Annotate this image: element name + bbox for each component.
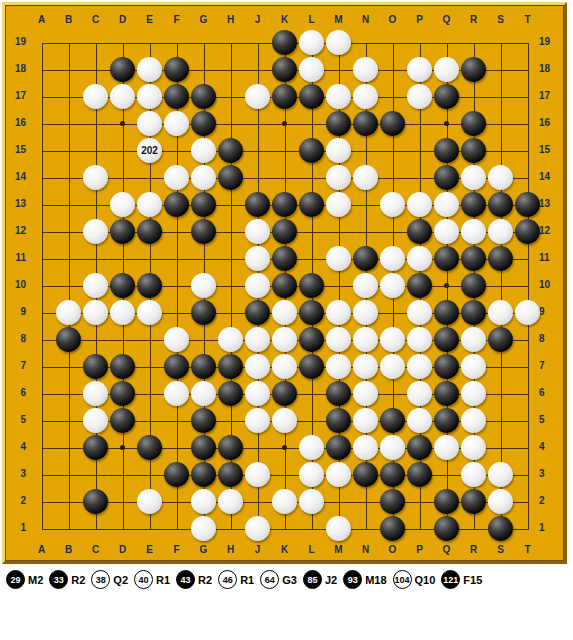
last-move-number: 202 (137, 138, 162, 163)
white-stone-P9[interactable] (407, 300, 432, 325)
black-stone-N3[interactable] (353, 462, 378, 487)
black-stone-Q17[interactable] (434, 84, 459, 109)
white-stone-L19[interactable] (299, 30, 324, 55)
black-stone-S11[interactable] (488, 246, 513, 271)
black-stone-N11[interactable] (353, 246, 378, 271)
coord-row-left-10: 10 (4, 278, 26, 292)
coord-col-bottom-R: R (460, 543, 487, 557)
black-stone-Q5[interactable] (434, 408, 459, 433)
black-stone-T12[interactable] (515, 219, 540, 244)
coord-row-left-1: 1 (4, 521, 26, 535)
black-stone-K19[interactable] (272, 30, 297, 55)
black-stone-O16[interactable] (380, 111, 405, 136)
coord-col-bottom-G: G (190, 543, 217, 557)
coord-col-top-K: K (271, 13, 298, 27)
white-stone-E16[interactable] (137, 111, 162, 136)
white-stone-N14[interactable] (353, 165, 378, 190)
move-annotation-33: 33R2 (49, 570, 85, 589)
white-stone-M19[interactable] (326, 30, 351, 55)
coord-row-right-16: 16 (539, 116, 561, 130)
white-stone-G15[interactable] (191, 138, 216, 163)
hoshi-K16 (282, 121, 287, 126)
white-stone-Q18[interactable] (434, 57, 459, 82)
white-stone-P6[interactable] (407, 381, 432, 406)
black-stone-M6[interactable] (326, 381, 351, 406)
hoshi-K4 (282, 445, 287, 450)
move-annotation-38: 38Q2 (91, 570, 128, 589)
white-stone-R3[interactable] (461, 462, 486, 487)
black-stone-D7[interactable] (110, 354, 135, 379)
coord-row-right-1: 1 (539, 521, 561, 535)
white-stone-E15[interactable]: 202 (137, 138, 162, 163)
coord-col-bottom-J: J (244, 543, 271, 557)
move-disc-white: 40 (134, 570, 153, 589)
move-disc-black: 33 (49, 570, 68, 589)
coord-row-left-7: 7 (4, 359, 26, 373)
white-stone-J3[interactable] (245, 462, 270, 487)
black-stone-P3[interactable] (407, 462, 432, 487)
move-annotation-121: 121F15 (441, 570, 482, 589)
white-stone-M17[interactable] (326, 84, 351, 109)
black-stone-R11[interactable] (461, 246, 486, 271)
coord-row-right-5: 5 (539, 413, 561, 427)
black-stone-G12[interactable] (191, 219, 216, 244)
white-stone-N17[interactable] (353, 84, 378, 109)
coord-row-right-12: 12 (539, 224, 561, 238)
white-stone-G1[interactable] (191, 516, 216, 541)
white-stone-J1[interactable] (245, 516, 270, 541)
black-stone-Q15[interactable] (434, 138, 459, 163)
black-stone-B8[interactable] (56, 327, 81, 352)
coord-col-top-G: G (190, 13, 217, 27)
white-stone-M1[interactable] (326, 516, 351, 541)
white-stone-P5[interactable] (407, 408, 432, 433)
black-stone-H14[interactable] (218, 165, 243, 190)
black-stone-C2[interactable] (83, 489, 108, 514)
coord-row-left-6: 6 (4, 386, 26, 400)
coord-col-top-P: P (406, 13, 433, 27)
white-stone-J5[interactable] (245, 408, 270, 433)
move-annotation-104: 104Q10 (393, 570, 436, 589)
black-stone-F17[interactable] (164, 84, 189, 109)
move-disc-white: 38 (91, 570, 110, 589)
move-point: M2 (28, 574, 43, 586)
black-stone-G3[interactable] (191, 462, 216, 487)
white-stone-S9[interactable] (488, 300, 513, 325)
white-stone-L2[interactable] (299, 489, 324, 514)
white-stone-N9[interactable] (353, 300, 378, 325)
white-stone-H2[interactable] (218, 489, 243, 514)
white-stone-N4[interactable] (353, 435, 378, 460)
white-stone-L4[interactable] (299, 435, 324, 460)
white-stone-C14[interactable] (83, 165, 108, 190)
white-stone-J8[interactable] (245, 327, 270, 352)
white-stone-O10[interactable] (380, 273, 405, 298)
black-stone-E4[interactable] (137, 435, 162, 460)
white-stone-M11[interactable] (326, 246, 351, 271)
black-stone-M4[interactable] (326, 435, 351, 460)
white-stone-J11[interactable] (245, 246, 270, 271)
white-stone-C5[interactable] (83, 408, 108, 433)
black-stone-L7[interactable] (299, 354, 324, 379)
white-stone-G2[interactable] (191, 489, 216, 514)
black-stone-L8[interactable] (299, 327, 324, 352)
black-stone-Q8[interactable] (434, 327, 459, 352)
white-stone-J6[interactable] (245, 381, 270, 406)
coord-row-right-17: 17 (539, 89, 561, 103)
move-point: J2 (325, 574, 337, 586)
black-stone-F7[interactable] (164, 354, 189, 379)
white-stone-P8[interactable] (407, 327, 432, 352)
move-disc-black: 121 (441, 570, 460, 589)
white-stone-R12[interactable] (461, 219, 486, 244)
coord-col-bottom-M: M (325, 543, 352, 557)
white-stone-R8[interactable] (461, 327, 486, 352)
coord-col-bottom-E: E (136, 543, 163, 557)
black-stone-G16[interactable] (191, 111, 216, 136)
black-stone-H15[interactable] (218, 138, 243, 163)
white-stone-N8[interactable] (353, 327, 378, 352)
black-stone-P10[interactable] (407, 273, 432, 298)
black-stone-L17[interactable] (299, 84, 324, 109)
white-stone-O8[interactable] (380, 327, 405, 352)
white-stone-R6[interactable] (461, 381, 486, 406)
black-stone-Q14[interactable] (434, 165, 459, 190)
move-point: F15 (463, 574, 482, 586)
coord-row-left-16: 16 (4, 116, 26, 130)
move-disc-black: 43 (176, 570, 195, 589)
coord-col-top-L: L (298, 13, 325, 27)
move-annotation-40: 40R1 (134, 570, 170, 589)
black-stone-M16[interactable] (326, 111, 351, 136)
move-point: R2 (71, 574, 85, 586)
white-stone-M8[interactable] (326, 327, 351, 352)
white-stone-K2[interactable] (272, 489, 297, 514)
coord-col-bottom-F: F (163, 543, 190, 557)
coord-col-bottom-L: L (298, 543, 325, 557)
coord-col-top-S: S (487, 13, 514, 27)
white-stone-M15[interactable] (326, 138, 351, 163)
coord-row-right-19: 19 (539, 35, 561, 49)
white-stone-S14[interactable] (488, 165, 513, 190)
coord-row-left-9: 9 (4, 305, 26, 319)
black-stone-S13[interactable] (488, 192, 513, 217)
white-stone-S3[interactable] (488, 462, 513, 487)
black-stone-F18[interactable] (164, 57, 189, 82)
move-disc-black: 93 (343, 570, 362, 589)
coord-row-right-18: 18 (539, 62, 561, 76)
white-stone-C17[interactable] (83, 84, 108, 109)
coord-row-left-13: 13 (4, 197, 26, 211)
white-stone-N6[interactable] (353, 381, 378, 406)
black-stone-D10[interactable] (110, 273, 135, 298)
white-stone-D9[interactable] (110, 300, 135, 325)
black-stone-G5[interactable] (191, 408, 216, 433)
coord-col-top-H: H (217, 13, 244, 27)
white-stone-D13[interactable] (110, 192, 135, 217)
white-stone-F6[interactable] (164, 381, 189, 406)
black-stone-Q7[interactable] (434, 354, 459, 379)
coord-row-left-19: 19 (4, 35, 26, 49)
black-stone-P12[interactable] (407, 219, 432, 244)
black-stone-R15[interactable] (461, 138, 486, 163)
white-stone-N18[interactable] (353, 57, 378, 82)
black-stone-L13[interactable] (299, 192, 324, 217)
coord-row-left-5: 5 (4, 413, 26, 427)
black-stone-S1[interactable] (488, 516, 513, 541)
white-stone-F14[interactable] (164, 165, 189, 190)
black-stone-G17[interactable] (191, 84, 216, 109)
black-stone-Q2[interactable] (434, 489, 459, 514)
white-stone-E9[interactable] (137, 300, 162, 325)
white-stone-P11[interactable] (407, 246, 432, 271)
black-stone-O1[interactable] (380, 516, 405, 541)
black-stone-E12[interactable] (137, 219, 162, 244)
move-annotation-85: 85J2 (303, 570, 337, 589)
move-disc-white: 64 (260, 570, 279, 589)
black-stone-K11[interactable] (272, 246, 297, 271)
black-stone-O5[interactable] (380, 408, 405, 433)
black-stone-R9[interactable] (461, 300, 486, 325)
coord-row-left-11: 11 (4, 251, 26, 265)
white-stone-L3[interactable] (299, 462, 324, 487)
coord-col-top-R: R (460, 13, 487, 27)
coord-row-right-8: 8 (539, 332, 561, 346)
black-stone-G7[interactable] (191, 354, 216, 379)
coord-row-right-15: 15 (539, 143, 561, 157)
white-stone-T9[interactable] (515, 300, 540, 325)
coord-row-right-3: 3 (539, 467, 561, 481)
black-stone-K17[interactable] (272, 84, 297, 109)
move-annotation-64: 64G3 (260, 570, 297, 589)
black-stone-R18[interactable] (461, 57, 486, 82)
white-stone-O13[interactable] (380, 192, 405, 217)
coord-col-top-O: O (379, 13, 406, 27)
coord-col-bottom-S: S (487, 543, 514, 557)
move-point: R2 (198, 574, 212, 586)
white-stone-R5[interactable] (461, 408, 486, 433)
white-stone-M9[interactable] (326, 300, 351, 325)
black-stone-R16[interactable] (461, 111, 486, 136)
black-stone-S8[interactable] (488, 327, 513, 352)
coord-col-bottom-H: H (217, 543, 244, 557)
coord-row-right-7: 7 (539, 359, 561, 373)
move-disc-black: 85 (303, 570, 322, 589)
black-stone-K13[interactable] (272, 192, 297, 217)
black-stone-D18[interactable] (110, 57, 135, 82)
hoshi-Q10 (444, 283, 449, 288)
white-stone-Q13[interactable] (434, 192, 459, 217)
coord-col-bottom-O: O (379, 543, 406, 557)
black-stone-R10[interactable] (461, 273, 486, 298)
move-point: M18 (365, 574, 386, 586)
white-stone-R14[interactable] (461, 165, 486, 190)
move-point: Q2 (113, 574, 128, 586)
black-stone-R2[interactable] (461, 489, 486, 514)
coord-row-left-8: 8 (4, 332, 26, 346)
white-stone-J12[interactable] (245, 219, 270, 244)
white-stone-K5[interactable] (272, 408, 297, 433)
black-stone-K6[interactable] (272, 381, 297, 406)
black-stone-K18[interactable] (272, 57, 297, 82)
black-stone-M5[interactable] (326, 408, 351, 433)
white-stone-D17[interactable] (110, 84, 135, 109)
black-stone-D6[interactable] (110, 381, 135, 406)
black-stone-H4[interactable] (218, 435, 243, 460)
black-stone-D5[interactable] (110, 408, 135, 433)
move-disc-white: 104 (393, 570, 412, 589)
white-stone-O7[interactable] (380, 354, 405, 379)
white-stone-C10[interactable] (83, 273, 108, 298)
white-stone-O11[interactable] (380, 246, 405, 271)
white-stone-E17[interactable] (137, 84, 162, 109)
white-stone-F8[interactable] (164, 327, 189, 352)
coord-row-right-9: 9 (539, 305, 561, 319)
black-stone-L10[interactable] (299, 273, 324, 298)
black-stone-O2[interactable] (380, 489, 405, 514)
white-stone-M13[interactable] (326, 192, 351, 217)
white-stone-G6[interactable] (191, 381, 216, 406)
white-stone-G14[interactable] (191, 165, 216, 190)
white-stone-P13[interactable] (407, 192, 432, 217)
move-annotation-46: 46R1 (218, 570, 254, 589)
move-disc-black: 29 (6, 570, 25, 589)
white-stone-K9[interactable] (272, 300, 297, 325)
coord-row-left-12: 12 (4, 224, 26, 238)
white-stone-R4[interactable] (461, 435, 486, 460)
black-stone-G4[interactable] (191, 435, 216, 460)
coord-row-right-11: 11 (539, 251, 561, 265)
black-stone-Q1[interactable] (434, 516, 459, 541)
black-stone-J13[interactable] (245, 192, 270, 217)
black-stone-L9[interactable] (299, 300, 324, 325)
white-stone-M14[interactable] (326, 165, 351, 190)
coord-col-top-E: E (136, 13, 163, 27)
white-stone-L18[interactable] (299, 57, 324, 82)
black-stone-C7[interactable] (83, 354, 108, 379)
black-stone-Q11[interactable] (434, 246, 459, 271)
coord-col-bottom-P: P (406, 543, 433, 557)
hoshi-Q16 (444, 121, 449, 126)
white-stone-M7[interactable] (326, 354, 351, 379)
black-stone-K12[interactable] (272, 219, 297, 244)
coord-row-left-17: 17 (4, 89, 26, 103)
coord-row-right-10: 10 (539, 278, 561, 292)
white-stone-E18[interactable] (137, 57, 162, 82)
white-stone-R7[interactable] (461, 354, 486, 379)
white-stone-O4[interactable] (380, 435, 405, 460)
coord-col-bottom-T: T (514, 543, 541, 557)
white-stone-F16[interactable] (164, 111, 189, 136)
white-stone-N10[interactable] (353, 273, 378, 298)
white-stone-P7[interactable] (407, 354, 432, 379)
move-annotation-29: 29M2 (6, 570, 43, 589)
white-stone-G10[interactable] (191, 273, 216, 298)
black-stone-H6[interactable] (218, 381, 243, 406)
go-game-viewer: AABBCCDDEEFFGGHHJJKKLLMMNNOOPPQQRRSSTT19… (0, 0, 573, 640)
black-stone-G9[interactable] (191, 300, 216, 325)
black-stone-N16[interactable] (353, 111, 378, 136)
black-stone-H7[interactable] (218, 354, 243, 379)
white-stone-H8[interactable] (218, 327, 243, 352)
white-stone-N7[interactable] (353, 354, 378, 379)
white-stone-P18[interactable] (407, 57, 432, 82)
move-annotation-93: 93M18 (343, 570, 386, 589)
coord-col-top-M: M (325, 13, 352, 27)
white-stone-P17[interactable] (407, 84, 432, 109)
coord-row-right-6: 6 (539, 386, 561, 400)
black-stone-C4[interactable] (83, 435, 108, 460)
coord-col-top-F: F (163, 13, 190, 27)
coord-row-right-13: 13 (539, 197, 561, 211)
move-point: R1 (156, 574, 170, 586)
go-board: AABBCCDDEEFFGGHHJJKKLLMMNNOOPPQQRRSSTT19… (2, 2, 567, 564)
coord-col-top-B: B (55, 13, 82, 27)
white-stone-E2[interactable] (137, 489, 162, 514)
coord-col-bottom-N: N (352, 543, 379, 557)
coord-col-bottom-C: C (82, 543, 109, 557)
white-stone-Q4[interactable] (434, 435, 459, 460)
white-stone-Q12[interactable] (434, 219, 459, 244)
black-stone-E10[interactable] (137, 273, 162, 298)
black-stone-F13[interactable] (164, 192, 189, 217)
move-point: G3 (282, 574, 297, 586)
white-stone-M3[interactable] (326, 462, 351, 487)
black-stone-P4[interactable] (407, 435, 432, 460)
white-stone-S2[interactable] (488, 489, 513, 514)
black-stone-F3[interactable] (164, 462, 189, 487)
white-stone-K8[interactable] (272, 327, 297, 352)
move-annotation-43: 43R2 (176, 570, 212, 589)
black-stone-G13[interactable] (191, 192, 216, 217)
black-stone-O3[interactable] (380, 462, 405, 487)
move-point: Q10 (415, 574, 436, 586)
coord-row-left-4: 4 (4, 440, 26, 454)
white-stone-C12[interactable] (83, 219, 108, 244)
coord-col-bottom-Q: Q (433, 543, 460, 557)
black-stone-Q6[interactable] (434, 381, 459, 406)
black-stone-K10[interactable] (272, 273, 297, 298)
white-stone-B9[interactable] (56, 300, 81, 325)
black-stone-T13[interactable] (515, 192, 540, 217)
coord-col-bottom-K: K (271, 543, 298, 557)
coord-col-bottom-A: A (28, 543, 55, 557)
black-stone-R13[interactable] (461, 192, 486, 217)
coord-col-top-N: N (352, 13, 379, 27)
hoshi-D16 (120, 121, 125, 126)
white-stone-K7[interactable] (272, 354, 297, 379)
black-stone-L15[interactable] (299, 138, 324, 163)
white-stone-J17[interactable] (245, 84, 270, 109)
white-stone-J7[interactable] (245, 354, 270, 379)
coord-col-top-T: T (514, 13, 541, 27)
black-stone-Q9[interactable] (434, 300, 459, 325)
black-stone-J9[interactable] (245, 300, 270, 325)
coord-col-top-Q: Q (433, 13, 460, 27)
white-stone-C9[interactable] (83, 300, 108, 325)
coord-row-left-3: 3 (4, 467, 26, 481)
black-stone-H3[interactable] (218, 462, 243, 487)
black-stone-D12[interactable] (110, 219, 135, 244)
captured-move-list: 29M233R238Q240R143R246R164G385J293M18104… (6, 570, 566, 589)
white-stone-C6[interactable] (83, 381, 108, 406)
move-disc-white: 46 (218, 570, 237, 589)
white-stone-E13[interactable] (137, 192, 162, 217)
white-stone-J10[interactable] (245, 273, 270, 298)
coord-col-top-J: J (244, 13, 271, 27)
white-stone-N5[interactable] (353, 408, 378, 433)
white-stone-S12[interactable] (488, 219, 513, 244)
